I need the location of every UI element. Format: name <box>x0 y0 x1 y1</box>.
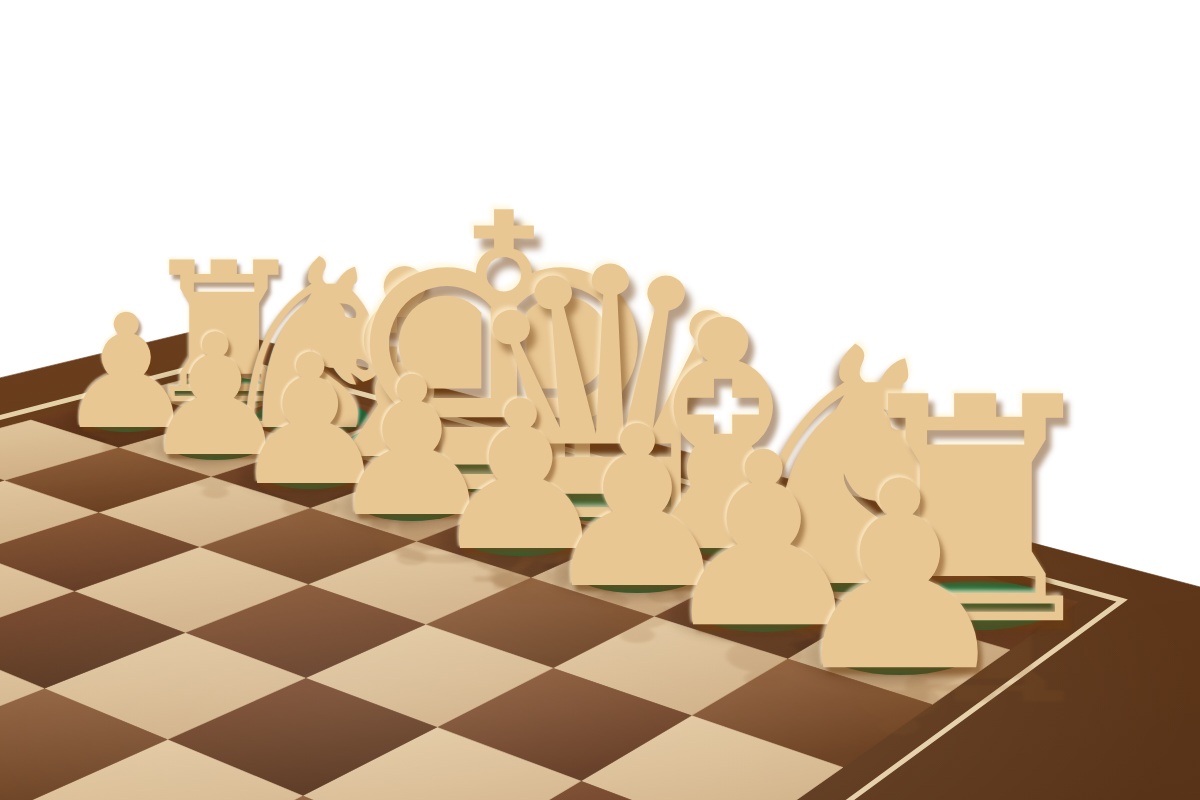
piece-white-pawn-a2[interactable]: ♟ <box>783 447 1016 707</box>
chess-set-photo: ♜♜♞♞♟♟♝♝♟♟♚♚♟♟♛♛♟♟♝♝♟♟♞♞♟♟♜♜♟♟♟♟ <box>0 0 1200 800</box>
